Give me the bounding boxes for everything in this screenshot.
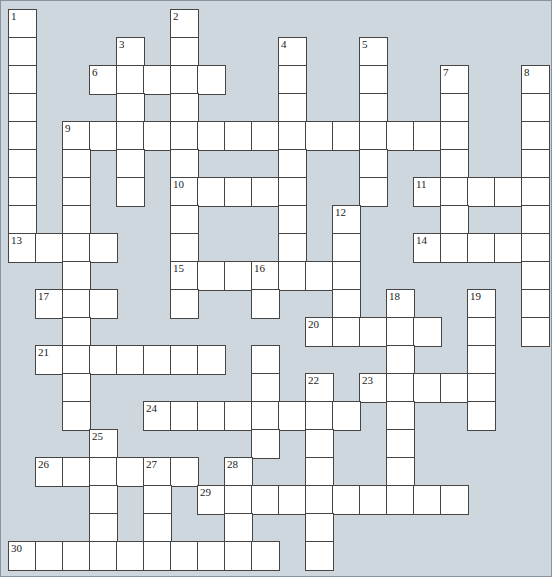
blocked-cell-r1c11: [306, 38, 333, 66]
open-cell-r3c19[interactable]: [522, 94, 549, 122]
clue-number-19: 19: [470, 290, 481, 303]
open-cell-r13c16[interactable]: [441, 374, 468, 402]
blocked-cell-r11c1: [36, 318, 63, 346]
clue-number-4: 4: [281, 38, 287, 51]
blocked-cell-r9c3: [90, 262, 117, 290]
open-cell-r11c14[interactable]: [387, 318, 414, 346]
blocked-cell-r18c2: [63, 514, 90, 542]
open-cell-r6c7[interactable]: [198, 178, 225, 206]
open-cell-r16c5[interactable]: 27: [144, 458, 171, 486]
open-cell-r5c10[interactable]: [279, 150, 306, 178]
open-cell-r13c13[interactable]: 23: [360, 374, 387, 402]
open-cell-r6c18[interactable]: [495, 178, 522, 206]
blocked-cell-r18c4: [117, 514, 144, 542]
open-cell-r0c0[interactable]: 1: [9, 10, 36, 38]
blocked-cell-r18c17: [468, 514, 495, 542]
open-cell-r17c10[interactable]: [279, 486, 306, 514]
open-cell-r7c0[interactable]: [9, 206, 36, 234]
blocked-cell-r14c19: [522, 402, 549, 430]
open-cell-r6c2[interactable]: [63, 178, 90, 206]
blocked-cell-r12c19: [522, 346, 549, 374]
open-cell-r1c4[interactable]: 3: [117, 38, 144, 66]
blocked-cell-r19c19: [522, 542, 549, 570]
blocked-cell-r0c5: [144, 10, 171, 38]
open-cell-r4c13[interactable]: [360, 122, 387, 150]
open-cell-r9c6[interactable]: 15: [171, 262, 198, 290]
blocked-cell-r12c15: [414, 346, 441, 374]
clue-number-22: 22: [308, 374, 319, 387]
blocked-cell-r6c14: [387, 178, 414, 206]
blocked-cell-r7c17: [468, 206, 495, 234]
blocked-cell-r9c16: [441, 262, 468, 290]
open-cell-r17c8[interactable]: [225, 486, 252, 514]
open-cell-r10c17[interactable]: 19: [468, 290, 495, 318]
open-cell-r10c19[interactable]: [522, 290, 549, 318]
blocked-cell-r0c16: [441, 10, 468, 38]
open-cell-r15c11[interactable]: [306, 430, 333, 458]
blocked-cell-r17c17: [468, 486, 495, 514]
blocked-cell-r16c10: [279, 458, 306, 486]
blocked-cell-r2c14: [387, 66, 414, 94]
open-cell-r14c14[interactable]: [387, 402, 414, 430]
open-cell-r14c5[interactable]: 24: [144, 402, 171, 430]
blocked-cell-r5c14: [387, 150, 414, 178]
open-cell-r7c10[interactable]: [279, 206, 306, 234]
open-cell-r11c11[interactable]: 20: [306, 318, 333, 346]
blocked-cell-r3c8: [225, 94, 252, 122]
blocked-cell-r2c18: [495, 66, 522, 94]
open-cell-r8c15[interactable]: 14: [414, 234, 441, 262]
blocked-cell-r0c11: [306, 10, 333, 38]
open-cell-r1c13[interactable]: 5: [360, 38, 387, 66]
open-cell-r12c14[interactable]: [387, 346, 414, 374]
open-cell-r5c4[interactable]: [117, 150, 144, 178]
clue-number-3: 3: [119, 38, 125, 51]
blocked-cell-r18c16: [441, 514, 468, 542]
open-cell-r14c8[interactable]: [225, 402, 252, 430]
blocked-cell-r16c0: [9, 458, 36, 486]
open-cell-r1c6[interactable]: [171, 38, 198, 66]
open-cell-r2c13[interactable]: [360, 66, 387, 94]
crossword-board: 1234567891011121314151617181920212223242…: [0, 0, 552, 577]
open-cell-r9c8[interactable]: [225, 262, 252, 290]
open-cell-r9c9[interactable]: 16: [252, 262, 279, 290]
blocked-cell-r2c2: [63, 66, 90, 94]
open-cell-r2c19[interactable]: 8: [522, 66, 549, 94]
open-cell-r18c5[interactable]: [144, 514, 171, 542]
open-cell-r8c1[interactable]: [36, 234, 63, 262]
open-cell-r10c6[interactable]: [171, 290, 198, 318]
open-cell-r10c12[interactable]: [333, 290, 360, 318]
open-cell-r17c9[interactable]: [252, 486, 279, 514]
open-cell-r4c19[interactable]: [522, 122, 549, 150]
open-cell-r16c14[interactable]: [387, 458, 414, 486]
open-cell-r10c14[interactable]: 18: [387, 290, 414, 318]
open-cell-r18c11[interactable]: [306, 514, 333, 542]
open-cell-r11c13[interactable]: [360, 318, 387, 346]
open-cell-r11c19[interactable]: [522, 318, 549, 346]
blocked-cell-r15c2: [63, 430, 90, 458]
open-cell-r19c1[interactable]: [36, 542, 63, 570]
open-cell-r9c12[interactable]: [333, 262, 360, 290]
open-cell-r9c19[interactable]: [522, 262, 549, 290]
blocked-cell-r11c7: [198, 318, 225, 346]
blocked-cell-r19c10: [279, 542, 306, 570]
open-cell-r12c1[interactable]: 21: [36, 346, 63, 374]
open-cell-r19c7[interactable]: [198, 542, 225, 570]
open-cell-r11c2[interactable]: [63, 318, 90, 346]
open-cell-r17c14[interactable]: [387, 486, 414, 514]
clue-number-12: 12: [335, 206, 346, 219]
blocked-cell-r1c14: [387, 38, 414, 66]
open-cell-r5c19[interactable]: [522, 150, 549, 178]
blocked-cell-r15c17: [468, 430, 495, 458]
blocked-cell-r7c8: [225, 206, 252, 234]
blocked-cell-r3c11: [306, 94, 333, 122]
blocked-cell-r10c0: [9, 290, 36, 318]
open-cell-r1c10[interactable]: 4: [279, 38, 306, 66]
blocked-cell-r14c3: [90, 402, 117, 430]
open-cell-r6c8[interactable]: [225, 178, 252, 206]
blocked-cell-r1c5: [144, 38, 171, 66]
blocked-cell-r13c4: [117, 374, 144, 402]
blocked-cell-r7c4: [117, 206, 144, 234]
open-cell-r19c11[interactable]: [306, 542, 333, 570]
clue-number-9: 9: [65, 122, 71, 135]
blocked-cell-r16c9: [252, 458, 279, 486]
open-cell-r4c15[interactable]: [414, 122, 441, 150]
clue-number-2: 2: [173, 10, 179, 23]
open-cell-r2c0[interactable]: [9, 66, 36, 94]
blocked-cell-r17c19: [522, 486, 549, 514]
open-cell-r5c6[interactable]: [171, 150, 198, 178]
open-cell-r7c16[interactable]: [441, 206, 468, 234]
open-cell-r13c2[interactable]: [63, 374, 90, 402]
blocked-cell-r8c11: [306, 234, 333, 262]
open-cell-r16c8[interactable]: 28: [225, 458, 252, 486]
open-cell-r2c6[interactable]: [171, 66, 198, 94]
open-cell-r11c12[interactable]: [333, 318, 360, 346]
open-cell-r4c5[interactable]: [144, 122, 171, 150]
clue-number-27: 27: [146, 458, 157, 471]
blocked-cell-r13c7: [198, 374, 225, 402]
open-cell-r17c16[interactable]: [441, 486, 468, 514]
open-cell-r4c12[interactable]: [333, 122, 360, 150]
open-cell-r6c16[interactable]: [441, 178, 468, 206]
open-cell-r14c6[interactable]: [171, 402, 198, 430]
open-cell-r19c6[interactable]: [171, 542, 198, 570]
blocked-cell-r3c7: [198, 94, 225, 122]
blocked-cell-r3c12: [333, 94, 360, 122]
open-cell-r2c10[interactable]: [279, 66, 306, 94]
blocked-cell-r2c1: [36, 66, 63, 94]
open-cell-r8c6[interactable]: [171, 234, 198, 262]
blocked-cell-r1c17: [468, 38, 495, 66]
open-cell-r6c10[interactable]: [279, 178, 306, 206]
clue-number-25: 25: [92, 430, 103, 443]
open-cell-r11c15[interactable]: [414, 318, 441, 346]
open-cell-r4c10[interactable]: [279, 122, 306, 150]
open-cell-r6c9[interactable]: [252, 178, 279, 206]
open-cell-r15c3[interactable]: 25: [90, 430, 117, 458]
blocked-cell-r0c10: [279, 10, 306, 38]
open-cell-r17c15[interactable]: [414, 486, 441, 514]
open-cell-r2c7[interactable]: [198, 66, 225, 94]
open-cell-r14c7[interactable]: [198, 402, 225, 430]
open-cell-r17c7[interactable]: 29: [198, 486, 225, 514]
open-cell-r17c5[interactable]: [144, 486, 171, 514]
blocked-cell-r3c5: [144, 94, 171, 122]
blocked-cell-r5c12: [333, 150, 360, 178]
blocked-cell-r9c0: [9, 262, 36, 290]
open-cell-r6c4[interactable]: [117, 178, 144, 206]
blocked-cell-r14c16: [441, 402, 468, 430]
open-cell-r12c4[interactable]: [117, 346, 144, 374]
open-cell-r6c19[interactable]: [522, 178, 549, 206]
blocked-cell-r1c8: [225, 38, 252, 66]
open-cell-r10c1[interactable]: 17: [36, 290, 63, 318]
blocked-cell-r15c10: [279, 430, 306, 458]
blocked-cell-r8c8: [225, 234, 252, 262]
open-cell-r14c17[interactable]: [468, 402, 495, 430]
blocked-cell-r2c11: [306, 66, 333, 94]
open-cell-r8c16[interactable]: [441, 234, 468, 262]
open-cell-r3c0[interactable]: [9, 94, 36, 122]
blocked-cell-r16c15: [414, 458, 441, 486]
open-cell-r19c2[interactable]: [63, 542, 90, 570]
open-cell-r13c14[interactable]: [387, 374, 414, 402]
clue-number-5: 5: [362, 38, 368, 51]
open-cell-r15c9[interactable]: [252, 430, 279, 458]
blocked-cell-r0c14: [387, 10, 414, 38]
open-cell-r13c17[interactable]: [468, 374, 495, 402]
blocked-cell-r16c19: [522, 458, 549, 486]
open-cell-r3c13[interactable]: [360, 94, 387, 122]
open-cell-r14c10[interactable]: [279, 402, 306, 430]
blocked-cell-r13c8: [225, 374, 252, 402]
open-cell-r16c4[interactable]: [117, 458, 144, 486]
blocked-cell-r19c16: [441, 542, 468, 570]
open-cell-r13c11[interactable]: 22: [306, 374, 333, 402]
open-cell-r1c0[interactable]: [9, 38, 36, 66]
open-cell-r10c3[interactable]: [90, 290, 117, 318]
open-cell-r19c8[interactable]: [225, 542, 252, 570]
blocked-cell-r0c18: [495, 10, 522, 38]
open-cell-r3c4[interactable]: [117, 94, 144, 122]
open-cell-r6c0[interactable]: [9, 178, 36, 206]
open-cell-r8c12[interactable]: [333, 234, 360, 262]
open-cell-r19c5[interactable]: [144, 542, 171, 570]
clue-number-28: 28: [227, 458, 238, 471]
blocked-cell-r19c12: [333, 542, 360, 570]
open-cell-r8c19[interactable]: [522, 234, 549, 262]
open-cell-r3c6[interactable]: [171, 94, 198, 122]
blocked-cell-r10c8: [225, 290, 252, 318]
open-cell-r4c0[interactable]: [9, 122, 36, 150]
open-cell-r9c11[interactable]: [306, 262, 333, 290]
open-cell-r13c9[interactable]: [252, 374, 279, 402]
blocked-cell-r13c0: [9, 374, 36, 402]
open-cell-r9c10[interactable]: [279, 262, 306, 290]
open-cell-r12c5[interactable]: [144, 346, 171, 374]
open-cell-r4c3[interactable]: [90, 122, 117, 150]
blocked-cell-r8c7: [198, 234, 225, 262]
open-cell-r15c14[interactable]: [387, 430, 414, 458]
open-cell-r8c17[interactable]: [468, 234, 495, 262]
open-cell-r8c2[interactable]: [63, 234, 90, 262]
open-cell-r18c3[interactable]: [90, 514, 117, 542]
open-cell-r6c13[interactable]: [360, 178, 387, 206]
open-cell-r10c9[interactable]: [252, 290, 279, 318]
open-cell-r12c6[interactable]: [171, 346, 198, 374]
clue-number-21: 21: [38, 346, 49, 359]
crossword-grid: 1234567891011121314151617181920212223242…: [9, 10, 549, 570]
open-cell-r4c8[interactable]: [225, 122, 252, 150]
blocked-cell-r14c18: [495, 402, 522, 430]
blocked-cell-r10c18: [495, 290, 522, 318]
open-cell-r4c6[interactable]: [171, 122, 198, 150]
open-cell-r17c12[interactable]: [333, 486, 360, 514]
open-cell-r17c11[interactable]: [306, 486, 333, 514]
open-cell-r8c3[interactable]: [90, 234, 117, 262]
clue-number-30: 30: [11, 542, 22, 555]
open-cell-r16c2[interactable]: [63, 458, 90, 486]
open-cell-r12c2[interactable]: [63, 346, 90, 374]
open-cell-r8c10[interactable]: [279, 234, 306, 262]
open-cell-r16c1[interactable]: 26: [36, 458, 63, 486]
blocked-cell-r16c7: [198, 458, 225, 486]
blocked-cell-r1c3: [90, 38, 117, 66]
open-cell-r4c7[interactable]: [198, 122, 225, 150]
blocked-cell-r9c5: [144, 262, 171, 290]
open-cell-r7c19[interactable]: [522, 206, 549, 234]
blocked-cell-r3c9: [252, 94, 279, 122]
blocked-cell-r13c10: [279, 374, 306, 402]
blocked-cell-r15c16: [441, 430, 468, 458]
open-cell-r14c9[interactable]: [252, 402, 279, 430]
blocked-cell-r11c16: [441, 318, 468, 346]
open-cell-r16c3[interactable]: [90, 458, 117, 486]
blocked-cell-r14c1: [36, 402, 63, 430]
blocked-cell-r2c9: [252, 66, 279, 94]
blocked-cell-r5c15: [414, 150, 441, 178]
blocked-cell-r12c11: [306, 346, 333, 374]
open-cell-r5c2[interactable]: [63, 150, 90, 178]
open-cell-r0c6[interactable]: 2: [171, 10, 198, 38]
open-cell-r6c17[interactable]: [468, 178, 495, 206]
clue-number-29: 29: [200, 486, 211, 499]
open-cell-r5c13[interactable]: [360, 150, 387, 178]
blocked-cell-r19c17: [468, 542, 495, 570]
open-cell-r4c14[interactable]: [387, 122, 414, 150]
open-cell-r4c16[interactable]: [441, 122, 468, 150]
blocked-cell-r18c14: [387, 514, 414, 542]
blocked-cell-r2c8: [225, 66, 252, 94]
blocked-cell-r11c0: [9, 318, 36, 346]
open-cell-r2c16[interactable]: 7: [441, 66, 468, 94]
blocked-cell-r1c19: [522, 38, 549, 66]
open-cell-r3c10[interactable]: [279, 94, 306, 122]
open-cell-r7c2[interactable]: [63, 206, 90, 234]
open-cell-r7c12[interactable]: 12: [333, 206, 360, 234]
blocked-cell-r12c13: [360, 346, 387, 374]
clue-number-26: 26: [38, 458, 49, 471]
open-cell-r17c3[interactable]: [90, 486, 117, 514]
open-cell-r9c2[interactable]: [63, 262, 90, 290]
open-cell-r14c11[interactable]: [306, 402, 333, 430]
open-cell-r4c9[interactable]: [252, 122, 279, 150]
blocked-cell-r11c3: [90, 318, 117, 346]
open-cell-r9c7[interactable]: [198, 262, 225, 290]
open-cell-r4c11[interactable]: [306, 122, 333, 150]
open-cell-r13c15[interactable]: [414, 374, 441, 402]
open-cell-r10c2[interactable]: [63, 290, 90, 318]
blocked-cell-r7c11: [306, 206, 333, 234]
open-cell-r12c7[interactable]: [198, 346, 225, 374]
open-cell-r19c9[interactable]: [252, 542, 279, 570]
open-cell-r19c3[interactable]: [90, 542, 117, 570]
blocked-cell-r18c13: [360, 514, 387, 542]
open-cell-r2c5[interactable]: [144, 66, 171, 94]
open-cell-r16c11[interactable]: [306, 458, 333, 486]
open-cell-r2c3[interactable]: 6: [90, 66, 117, 94]
blocked-cell-r3c14: [387, 94, 414, 122]
open-cell-r14c12[interactable]: [333, 402, 360, 430]
open-cell-r6c15[interactable]: 11: [414, 178, 441, 206]
blocked-cell-r9c13: [360, 262, 387, 290]
open-cell-r8c18[interactable]: [495, 234, 522, 262]
open-cell-r18c8[interactable]: [225, 514, 252, 542]
open-cell-r12c9[interactable]: [252, 346, 279, 374]
open-cell-r12c17[interactable]: [468, 346, 495, 374]
open-cell-r3c16[interactable]: [441, 94, 468, 122]
blocked-cell-r5c9: [252, 150, 279, 178]
blocked-cell-r15c0: [9, 430, 36, 458]
open-cell-r8c0[interactable]: 13: [9, 234, 36, 262]
open-cell-r5c16[interactable]: [441, 150, 468, 178]
open-cell-r12c3[interactable]: [90, 346, 117, 374]
blocked-cell-r16c13: [360, 458, 387, 486]
open-cell-r4c2[interactable]: 9: [63, 122, 90, 150]
blocked-cell-r12c18: [495, 346, 522, 374]
open-cell-r19c0[interactable]: 30: [9, 542, 36, 570]
blocked-cell-r19c18: [495, 542, 522, 570]
blocked-cell-r17c6: [171, 486, 198, 514]
open-cell-r11c17[interactable]: [468, 318, 495, 346]
open-cell-r4c4[interactable]: [117, 122, 144, 150]
open-cell-r7c6[interactable]: [171, 206, 198, 234]
blocked-cell-r0c12: [333, 10, 360, 38]
open-cell-r2c4[interactable]: [117, 66, 144, 94]
clue-number-10: 10: [173, 178, 184, 191]
open-cell-r6c6[interactable]: 10: [171, 178, 198, 206]
open-cell-r17c13[interactable]: [360, 486, 387, 514]
blocked-cell-r12c12: [333, 346, 360, 374]
open-cell-r16c6[interactable]: [171, 458, 198, 486]
blocked-cell-r9c15: [414, 262, 441, 290]
open-cell-r14c2[interactable]: [63, 402, 90, 430]
blocked-cell-r0c8: [225, 10, 252, 38]
clue-number-18: 18: [389, 290, 400, 303]
blocked-cell-r1c2: [63, 38, 90, 66]
open-cell-r19c4[interactable]: [117, 542, 144, 570]
blocked-cell-r0c4: [117, 10, 144, 38]
blocked-cell-r11c5: [144, 318, 171, 346]
clue-number-8: 8: [524, 66, 530, 79]
open-cell-r5c0[interactable]: [9, 150, 36, 178]
blocked-cell-r7c5: [144, 206, 171, 234]
blocked-cell-r10c15: [414, 290, 441, 318]
